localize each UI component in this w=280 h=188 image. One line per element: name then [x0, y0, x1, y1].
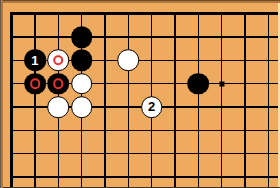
grid-line-horizontal — [10, 106, 23, 107]
intersection — [47, 119, 70, 142]
border-left-brown — [1, 0, 3, 188]
grid-line-horizontal — [163, 130, 186, 131]
grid-line-horizontal — [163, 12, 186, 15]
grid-line-horizontal — [187, 60, 210, 61]
intersection — [23, 165, 46, 188]
grid-line-horizontal — [117, 153, 140, 154]
intersection — [257, 165, 280, 188]
intersection — [233, 119, 256, 142]
grid-line-horizontal — [233, 60, 256, 61]
intersection — [117, 2, 140, 25]
grid-line-horizontal — [163, 106, 186, 107]
grid-line-horizontal — [140, 153, 163, 154]
grid-line-horizontal — [70, 130, 93, 131]
intersection — [93, 142, 116, 165]
grid-line-horizontal — [47, 36, 70, 37]
grid-line-horizontal — [163, 153, 186, 154]
black-stone — [24, 73, 46, 95]
intersection — [70, 165, 93, 188]
border-bottom-dark — [3, 187, 280, 188]
grid-line-horizontal — [10, 36, 23, 37]
intersection — [70, 142, 93, 165]
intersection — [117, 95, 140, 118]
intersection — [163, 49, 186, 72]
grid-line-horizontal — [187, 106, 210, 107]
grid-line-horizontal — [210, 12, 233, 15]
intersection — [47, 49, 70, 72]
intersection — [187, 2, 210, 25]
intersection — [0, 142, 23, 165]
black-stone — [71, 50, 93, 72]
grid-line-horizontal — [140, 12, 163, 15]
intersection — [70, 25, 93, 48]
intersection — [93, 72, 116, 95]
grid-line-horizontal — [257, 176, 280, 177]
grid-line-horizontal — [187, 130, 210, 131]
grid-line-horizontal — [187, 36, 210, 37]
grid-line-horizontal — [10, 153, 23, 154]
intersection — [70, 72, 93, 95]
grid-line-horizontal — [117, 83, 140, 84]
intersection — [117, 25, 140, 48]
intersection — [187, 95, 210, 118]
border-right-light — [278, 3, 280, 188]
intersection — [233, 25, 256, 48]
grid-line-horizontal — [140, 176, 163, 177]
grid-line-horizontal — [70, 12, 93, 15]
intersection — [210, 165, 233, 188]
grid-line-horizontal — [23, 106, 46, 107]
move-number: 2 — [148, 101, 155, 114]
white-stone — [71, 73, 93, 95]
grid-line-horizontal — [117, 36, 140, 37]
intersection — [210, 119, 233, 142]
grid-line-horizontal — [187, 12, 210, 15]
grid-line-horizontal — [257, 83, 280, 84]
intersection — [23, 95, 46, 118]
grid-line-horizontal — [210, 60, 233, 61]
intersection — [257, 95, 280, 118]
star-point — [219, 81, 224, 86]
black-stone: 1 — [24, 50, 46, 72]
grid-line-horizontal — [93, 36, 116, 37]
intersection — [163, 165, 186, 188]
intersection — [93, 49, 116, 72]
grid-line-horizontal — [23, 130, 46, 131]
intersection — [140, 72, 163, 95]
intersection — [233, 72, 256, 95]
grid-line-horizontal — [93, 153, 116, 154]
grid-line-horizontal — [140, 130, 163, 131]
grid-line-horizontal — [23, 36, 46, 37]
grid-line-horizontal — [117, 130, 140, 131]
intersection — [93, 119, 116, 142]
grid-line-horizontal — [257, 153, 280, 154]
circle-mark-icon — [53, 79, 63, 89]
intersection — [117, 49, 140, 72]
intersection — [257, 2, 280, 25]
grid-line-horizontal — [93, 130, 116, 131]
grid-line-horizontal — [187, 153, 210, 154]
grid-line-horizontal — [93, 176, 116, 177]
intersection — [163, 95, 186, 118]
grid-line-horizontal — [23, 176, 46, 177]
intersection — [140, 165, 163, 188]
intersection — [187, 165, 210, 188]
intersection — [163, 72, 186, 95]
white-stone: 2 — [141, 96, 163, 118]
grid-line-horizontal — [117, 106, 140, 107]
intersection — [93, 95, 116, 118]
grid-line-horizontal — [163, 176, 186, 177]
intersection — [47, 72, 70, 95]
intersection — [233, 49, 256, 72]
intersection — [0, 2, 23, 25]
grid-line-horizontal — [23, 12, 46, 15]
grid-line-horizontal — [163, 36, 186, 37]
grid-line-horizontal — [210, 153, 233, 154]
grid-line-horizontal — [70, 176, 93, 177]
grid-line-horizontal — [163, 60, 186, 61]
intersection: 1 — [23, 49, 46, 72]
intersection — [163, 25, 186, 48]
intersection — [187, 25, 210, 48]
grid-line-horizontal — [233, 36, 256, 37]
go-board: 12 — [0, 2, 280, 188]
intersection — [70, 49, 93, 72]
grid-line-horizontal — [210, 176, 233, 177]
grid-line-horizontal — [47, 130, 70, 131]
intersection — [23, 142, 46, 165]
intersection — [210, 49, 233, 72]
grid-line-horizontal — [210, 130, 233, 131]
intersection — [47, 142, 70, 165]
intersection — [233, 165, 256, 188]
grid-line-horizontal — [117, 12, 140, 15]
go-diagram: 12 — [0, 0, 280, 188]
grid-line-horizontal — [210, 106, 233, 107]
intersection — [117, 119, 140, 142]
border-top-brown — [0, 1, 280, 3]
intersection — [70, 2, 93, 25]
grid-line-horizontal — [233, 83, 256, 84]
intersection — [233, 2, 256, 25]
grid-line-horizontal — [23, 153, 46, 154]
grid-line-horizontal — [70, 153, 93, 154]
grid-line-horizontal — [140, 36, 163, 37]
move-number: 1 — [31, 54, 38, 67]
intersection — [117, 142, 140, 165]
grid-line-horizontal — [140, 83, 163, 84]
white-stone — [118, 50, 140, 72]
intersection — [23, 119, 46, 142]
intersection — [187, 72, 210, 95]
intersection — [140, 119, 163, 142]
intersection — [140, 25, 163, 48]
intersection — [93, 2, 116, 25]
intersection — [233, 142, 256, 165]
grid-line-horizontal — [233, 106, 256, 107]
grid-line-horizontal — [257, 130, 280, 131]
intersection — [210, 2, 233, 25]
white-stone — [48, 96, 70, 118]
grid-line-horizontal — [93, 12, 116, 15]
intersection — [163, 119, 186, 142]
grid-line-horizontal — [47, 153, 70, 154]
intersection — [0, 95, 23, 118]
intersection — [257, 49, 280, 72]
grid-line-horizontal — [140, 60, 163, 61]
intersection — [47, 2, 70, 25]
intersection: 2 — [140, 95, 163, 118]
intersection — [233, 95, 256, 118]
intersection — [0, 25, 23, 48]
intersection — [187, 119, 210, 142]
circle-mark-icon — [53, 55, 63, 65]
grid-line-horizontal — [257, 60, 280, 61]
grid-line-horizontal — [233, 12, 256, 15]
grid-line-horizontal — [257, 36, 280, 37]
grid-line-horizontal — [257, 106, 280, 107]
intersection — [47, 25, 70, 48]
grid-line-horizontal — [187, 176, 210, 177]
intersection — [163, 2, 186, 25]
intersection — [257, 72, 280, 95]
grid-line-horizontal — [47, 12, 70, 15]
grid-line-horizontal — [10, 130, 23, 131]
grid-line-horizontal — [257, 12, 280, 15]
grid-line-horizontal — [93, 106, 116, 107]
intersection — [23, 25, 46, 48]
black-stone — [48, 73, 70, 95]
intersection — [210, 142, 233, 165]
intersection — [257, 25, 280, 48]
intersection — [163, 142, 186, 165]
intersection — [140, 2, 163, 25]
intersection — [210, 95, 233, 118]
intersection — [140, 142, 163, 165]
intersection — [257, 142, 280, 165]
intersection — [187, 49, 210, 72]
intersection — [117, 165, 140, 188]
intersection — [210, 25, 233, 48]
intersection — [0, 49, 23, 72]
intersection — [187, 142, 210, 165]
white-stone — [71, 96, 93, 118]
intersection — [117, 72, 140, 95]
intersection — [0, 72, 23, 95]
intersection — [47, 165, 70, 188]
intersection — [70, 95, 93, 118]
intersection — [257, 119, 280, 142]
black-stone — [71, 26, 93, 48]
circle-mark-icon — [30, 79, 40, 89]
intersection — [210, 72, 233, 95]
intersection — [23, 2, 46, 25]
intersection — [93, 25, 116, 48]
grid-line-horizontal — [233, 176, 256, 177]
grid-line-horizontal — [10, 12, 23, 15]
intersection — [23, 72, 46, 95]
grid-line-horizontal — [10, 83, 23, 84]
grid-line-horizontal — [117, 176, 140, 177]
grid-line-horizontal — [210, 36, 233, 37]
grid-line-horizontal — [233, 130, 256, 131]
intersection — [70, 119, 93, 142]
intersection — [0, 119, 23, 142]
grid-line-horizontal — [93, 60, 116, 61]
grid-line-horizontal — [93, 83, 116, 84]
grid-line-horizontal — [10, 60, 23, 61]
intersection — [47, 95, 70, 118]
white-stone — [48, 50, 70, 72]
grid-line-horizontal — [47, 176, 70, 177]
grid-line-horizontal — [233, 153, 256, 154]
intersection — [140, 49, 163, 72]
intersection — [93, 165, 116, 188]
grid-line-horizontal — [163, 83, 186, 84]
black-stone — [187, 73, 209, 95]
grid-line-horizontal — [10, 176, 23, 177]
intersection — [0, 165, 23, 188]
